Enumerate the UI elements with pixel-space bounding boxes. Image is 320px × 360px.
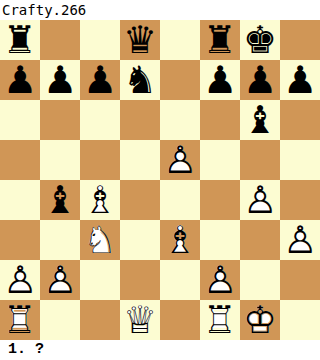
black-bishop: ♝ (40, 180, 80, 220)
white-pawn: ♟♙ (40, 260, 80, 300)
square-f3[interactable] (200, 220, 240, 260)
square-g1[interactable]: ♚♔ (240, 300, 280, 340)
square-d2[interactable] (120, 260, 160, 300)
square-e1[interactable] (160, 300, 200, 340)
white-knight: ♞♘ (80, 220, 120, 260)
square-b7[interactable]: ♟ (40, 60, 80, 100)
black-bishop: ♝ (240, 100, 280, 140)
square-g5[interactable] (240, 140, 280, 180)
square-g4[interactable]: ♟♙ (240, 180, 280, 220)
square-d3[interactable] (120, 220, 160, 260)
white-queen: ♛♕ (120, 300, 160, 340)
square-a4[interactable] (0, 180, 40, 220)
square-e5[interactable]: ♟♙ (160, 140, 200, 180)
white-bishop: ♝♗ (80, 180, 120, 220)
square-h8[interactable] (280, 20, 320, 60)
square-g8[interactable]: ♚ (240, 20, 280, 60)
white-pawn: ♟♙ (240, 180, 280, 220)
square-c8[interactable] (80, 20, 120, 60)
square-d7[interactable]: ♞ (120, 60, 160, 100)
square-h4[interactable] (280, 180, 320, 220)
black-pawn: ♟ (280, 60, 320, 100)
square-a5[interactable] (0, 140, 40, 180)
square-c4[interactable]: ♝♗ (80, 180, 120, 220)
square-h2[interactable] (280, 260, 320, 300)
square-a3[interactable] (0, 220, 40, 260)
black-queen: ♛ (120, 20, 160, 60)
square-a7[interactable]: ♟ (0, 60, 40, 100)
square-g6[interactable]: ♝ (240, 100, 280, 140)
square-c7[interactable]: ♟ (80, 60, 120, 100)
square-c5[interactable] (80, 140, 120, 180)
square-f8[interactable]: ♜ (200, 20, 240, 60)
square-b6[interactable] (40, 100, 80, 140)
white-king: ♚♔ (240, 300, 280, 340)
square-h1[interactable] (280, 300, 320, 340)
square-h3[interactable]: ♟♙ (280, 220, 320, 260)
square-f7[interactable]: ♟ (200, 60, 240, 100)
square-g3[interactable] (240, 220, 280, 260)
black-pawn: ♟ (80, 60, 120, 100)
window-title: Crafty.266 (0, 0, 320, 20)
square-f5[interactable] (200, 140, 240, 180)
square-d8[interactable]: ♛ (120, 20, 160, 60)
square-e6[interactable] (160, 100, 200, 140)
square-f1[interactable]: ♜♖ (200, 300, 240, 340)
square-c3[interactable]: ♞♘ (80, 220, 120, 260)
square-c2[interactable] (80, 260, 120, 300)
square-a8[interactable]: ♜ (0, 20, 40, 60)
square-h5[interactable] (280, 140, 320, 180)
chess-board: ♜♛♜♚♟♟♟♞♟♟♟♝♟♙♝♝♗♟♙♞♘♝♗♟♙♟♙♟♙♟♙♜♖♛♕♜♖♚♔ (0, 20, 320, 340)
square-b5[interactable] (40, 140, 80, 180)
square-h7[interactable]: ♟ (280, 60, 320, 100)
square-f4[interactable] (200, 180, 240, 220)
square-b4[interactable]: ♝ (40, 180, 80, 220)
square-e4[interactable] (160, 180, 200, 220)
square-g7[interactable]: ♟ (240, 60, 280, 100)
square-e3[interactable]: ♝♗ (160, 220, 200, 260)
black-rook: ♜ (0, 20, 40, 60)
white-rook: ♜♖ (0, 300, 40, 340)
move-prompt: 1. ? (0, 340, 320, 360)
white-pawn: ♟♙ (280, 220, 320, 260)
square-b1[interactable] (40, 300, 80, 340)
square-d4[interactable] (120, 180, 160, 220)
square-b3[interactable] (40, 220, 80, 260)
square-g2[interactable] (240, 260, 280, 300)
square-e2[interactable] (160, 260, 200, 300)
white-bishop: ♝♗ (160, 220, 200, 260)
square-a6[interactable] (0, 100, 40, 140)
square-c6[interactable] (80, 100, 120, 140)
square-a1[interactable]: ♜♖ (0, 300, 40, 340)
square-f6[interactable] (200, 100, 240, 140)
square-b2[interactable]: ♟♙ (40, 260, 80, 300)
black-pawn: ♟ (200, 60, 240, 100)
black-pawn: ♟ (40, 60, 80, 100)
square-b8[interactable] (40, 20, 80, 60)
black-pawn: ♟ (0, 60, 40, 100)
white-pawn: ♟♙ (160, 140, 200, 180)
white-pawn: ♟♙ (200, 260, 240, 300)
square-a2[interactable]: ♟♙ (0, 260, 40, 300)
black-king: ♚ (240, 20, 280, 60)
square-c1[interactable] (80, 300, 120, 340)
square-d5[interactable] (120, 140, 160, 180)
black-knight: ♞ (120, 60, 160, 100)
square-f2[interactable]: ♟♙ (200, 260, 240, 300)
square-e7[interactable] (160, 60, 200, 100)
square-h6[interactable] (280, 100, 320, 140)
square-d6[interactable] (120, 100, 160, 140)
white-rook: ♜♖ (200, 300, 240, 340)
square-e8[interactable] (160, 20, 200, 60)
black-rook: ♜ (200, 20, 240, 60)
square-d1[interactable]: ♛♕ (120, 300, 160, 340)
black-pawn: ♟ (240, 60, 280, 100)
white-pawn: ♟♙ (0, 260, 40, 300)
